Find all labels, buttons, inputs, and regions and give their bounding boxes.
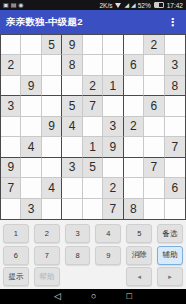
assist-button[interactable]: 辅助: [157, 246, 183, 265]
network-speed: 2K/s: [99, 2, 112, 9]
cell-r4c4[interactable]: 5: [62, 96, 82, 116]
signal-icon: ◢: [131, 2, 136, 8]
digit-1-button[interactable]: 1: [3, 224, 29, 243]
signal-icon: ◢: [124, 2, 129, 8]
digit-3-button[interactable]: 3: [65, 224, 91, 243]
cell-r9c8[interactable]: [144, 199, 164, 219]
cell-r4c3[interactable]: [42, 96, 62, 116]
cell-r9c3[interactable]: [42, 199, 62, 219]
cell-r2c4[interactable]: 8: [62, 55, 82, 75]
cell-r1c8[interactable]: 2: [144, 35, 164, 55]
cell-r8c5[interactable]: [83, 178, 103, 198]
battery-percent: 52%: [138, 2, 151, 9]
cell-r6c7[interactable]: [124, 137, 144, 157]
keypad-row-2: 6789消除辅助: [3, 246, 183, 265]
cell-r5c9[interactable]: [165, 117, 185, 137]
cell-r1c5[interactable]: [83, 35, 103, 55]
digit-4-button[interactable]: 4: [95, 224, 121, 243]
wifi-icon: [115, 3, 121, 8]
cell-r7c4[interactable]: 3: [62, 158, 82, 178]
digit-7-button[interactable]: 7: [34, 246, 60, 265]
cell-r1c1[interactable]: [1, 35, 21, 55]
battery-fill: [155, 3, 159, 8]
cell-r7c6[interactable]: [103, 158, 123, 178]
digit-2-button[interactable]: 2: [34, 224, 60, 243]
cell-r1c9[interactable]: [165, 35, 185, 55]
cell-r6c8[interactable]: [144, 137, 164, 157]
cell-r8c6[interactable]: 2: [103, 178, 123, 198]
cell-r4c5[interactable]: 7: [83, 96, 103, 116]
digit-9-button[interactable]: 9: [95, 246, 121, 265]
cell-r9c2[interactable]: 3: [21, 199, 41, 219]
cell-r4c8[interactable]: 6: [144, 96, 164, 116]
cell-r7c8[interactable]: 7: [144, 158, 164, 178]
cell-r6c2[interactable]: 4: [21, 137, 41, 157]
digit-8-button[interactable]: 8: [65, 246, 91, 265]
cell-r8c3[interactable]: 4: [42, 178, 62, 198]
cell-r2c2[interactable]: [21, 55, 41, 75]
notification-icon: ◉: [18, 2, 23, 8]
cell-r9c1[interactable]: [1, 199, 21, 219]
cell-r6c9[interactable]: 7: [165, 137, 185, 157]
cell-r8c8[interactable]: [144, 178, 164, 198]
title-bar: 亲亲数独-中级题2 ⋮: [0, 10, 186, 34]
cell-r5c8[interactable]: [144, 117, 164, 137]
cell-r6c4[interactable]: [62, 137, 82, 157]
hint-button[interactable]: 提示: [3, 267, 29, 286]
home-icon[interactable]: ○: [91, 292, 96, 301]
cell-r3c6[interactable]: 1: [103, 76, 123, 96]
overflow-menu-icon[interactable]: ⋮: [165, 16, 180, 29]
cell-r3c1[interactable]: [1, 76, 21, 96]
cell-r9c6[interactable]: 7: [103, 199, 123, 219]
cell-r8c7[interactable]: [124, 178, 144, 198]
cell-r3c9[interactable]: 8: [165, 76, 185, 96]
cell-r4c9[interactable]: [165, 96, 185, 116]
cell-r6c1[interactable]: [1, 137, 21, 157]
cell-r7c3[interactable]: [42, 158, 62, 178]
cell-r4c7[interactable]: [124, 96, 144, 116]
cell-r1c6[interactable]: [103, 35, 123, 55]
notification-icon: ▣: [3, 2, 9, 8]
cell-r3c5[interactable]: 2: [83, 76, 103, 96]
cell-r4c1[interactable]: 3: [1, 96, 21, 116]
cell-r3c4[interactable]: [62, 76, 82, 96]
next-button[interactable]: ▸: [157, 267, 183, 286]
cell-r8c1[interactable]: 7: [1, 178, 21, 198]
cell-r9c7[interactable]: 8: [124, 199, 144, 219]
cell-r2c3[interactable]: [42, 55, 62, 75]
clock: 17:42: [167, 2, 183, 9]
erase-button[interactable]: 消除: [126, 246, 152, 265]
cell-r5c4[interactable]: 4: [62, 117, 82, 137]
digit-6-button[interactable]: 6: [3, 246, 29, 265]
keypad-row-1: 12345备选: [3, 224, 183, 243]
digit-5-button[interactable]: 5: [126, 224, 152, 243]
cell-r5c1[interactable]: [1, 117, 21, 137]
cell-r7c1[interactable]: 9: [1, 158, 21, 178]
cell-r2c6[interactable]: [103, 55, 123, 75]
cell-r2c5[interactable]: [83, 55, 103, 75]
cell-r3c2[interactable]: 9: [21, 76, 41, 96]
cell-r8c9[interactable]: 6: [165, 178, 185, 198]
cell-r4c2[interactable]: [21, 96, 41, 116]
cell-r9c4[interactable]: [62, 199, 82, 219]
cell-r6c6[interactable]: 9: [103, 137, 123, 157]
cell-r7c5[interactable]: 5: [83, 158, 103, 178]
keypad-row-3: 提示帮助◂▸: [3, 267, 183, 286]
cell-r6c3[interactable]: [42, 137, 62, 157]
cell-r1c7[interactable]: [124, 35, 144, 55]
cell-r2c7[interactable]: 6: [124, 55, 144, 75]
cell-r2c1[interactable]: 2: [1, 55, 21, 75]
sudoku-app-screen: ▣ ▤ ◉ 2K/s ◢ ◢ 52% 17:42 亲亲数独-中级题2 ⋮ 592…: [0, 0, 186, 304]
help-button[interactable]: 帮助: [34, 267, 60, 286]
cell-r2c8[interactable]: [144, 55, 164, 75]
page-title: 亲亲数独-中级题2: [6, 16, 83, 29]
cell-r5c2[interactable]: [21, 117, 41, 137]
cell-r8c4[interactable]: [62, 178, 82, 198]
sudoku-grid: 5922863921835769432419793577426378: [0, 34, 186, 220]
back-icon[interactable]: ◁: [54, 292, 61, 301]
cell-r5c6[interactable]: 3: [103, 117, 123, 137]
notification-icon: ▤: [11, 2, 17, 8]
status-bar: ▣ ▤ ◉ 2K/s ◢ ◢ 52% 17:42: [0, 0, 186, 10]
cell-r4c6[interactable]: [103, 96, 123, 116]
recents-icon[interactable]: □: [126, 292, 131, 301]
cell-r3c7[interactable]: [124, 76, 144, 96]
cell-r5c3[interactable]: 9: [42, 117, 62, 137]
cell-r2c9[interactable]: 3: [165, 55, 185, 75]
cell-r3c8[interactable]: [144, 76, 164, 96]
android-nav-bar: ◁ ○ □: [0, 289, 186, 304]
cell-r5c5[interactable]: [83, 117, 103, 137]
cell-r9c5[interactable]: [83, 199, 103, 219]
keypad: 12345备选 6789消除辅助 提示帮助◂▸: [0, 220, 186, 289]
prev-button[interactable]: ◂: [126, 267, 152, 286]
cell-r9c9[interactable]: [165, 199, 185, 219]
cell-r7c7[interactable]: [124, 158, 144, 178]
battery-icon: [154, 2, 164, 9]
cell-r7c9[interactable]: [165, 158, 185, 178]
cell-r6c5[interactable]: 1: [83, 137, 103, 157]
candidates-button[interactable]: 备选: [157, 224, 183, 243]
cell-r7c2[interactable]: [21, 158, 41, 178]
cell-r8c2[interactable]: [21, 178, 41, 198]
cell-r1c4[interactable]: 9: [62, 35, 82, 55]
cell-r5c7[interactable]: 2: [124, 117, 144, 137]
cell-r1c2[interactable]: [21, 35, 41, 55]
cell-r1c3[interactable]: 5: [42, 35, 62, 55]
cell-r3c3[interactable]: [42, 76, 62, 96]
